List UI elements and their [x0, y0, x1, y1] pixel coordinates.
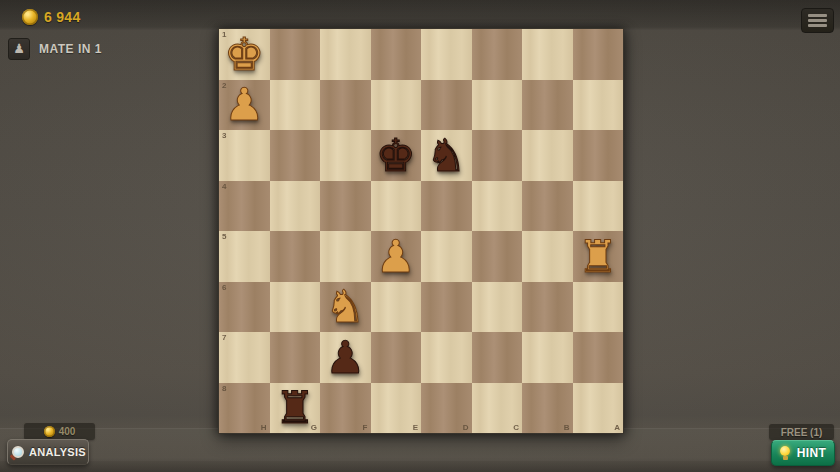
square-a7[interactable]	[573, 332, 624, 383]
square-a2[interactable]	[573, 80, 624, 131]
square-e8[interactable]: E	[371, 383, 422, 434]
file-label: B	[564, 423, 570, 432]
rank-label: 4	[222, 182, 226, 191]
coin-icon	[22, 9, 38, 25]
chess-board[interactable]: 1♚2♟3♚♞45♟♜6♞7♟8HG♜FEDCBA	[218, 28, 624, 434]
square-d8[interactable]: D	[421, 383, 472, 434]
menu-icon	[808, 14, 827, 17]
square-c6[interactable]	[472, 282, 523, 333]
coin-icon	[44, 426, 55, 437]
square-a4[interactable]	[573, 181, 624, 232]
square-b2[interactable]	[522, 80, 573, 131]
square-a3[interactable]	[573, 130, 624, 181]
file-label: D	[463, 423, 469, 432]
file-label: H	[261, 423, 267, 432]
square-b6[interactable]	[522, 282, 573, 333]
square-b3[interactable]	[522, 130, 573, 181]
square-e6[interactable]	[371, 282, 422, 333]
square-h8[interactable]: 8H	[219, 383, 270, 434]
hint-free-tag: FREE (1)	[769, 424, 834, 440]
square-a6[interactable]	[573, 282, 624, 333]
piece-white-rook[interactable]: ♜	[573, 231, 624, 282]
square-b7[interactable]	[522, 332, 573, 383]
rank-label: 8	[222, 384, 226, 393]
square-d3[interactable]: ♞	[421, 130, 472, 181]
square-h5[interactable]: 5	[219, 231, 270, 282]
square-c2[interactable]	[472, 80, 523, 131]
piece-black-knight[interactable]: ♞	[421, 130, 472, 181]
puzzle-badge: ♟ MATE IN 1	[8, 38, 102, 60]
square-e3[interactable]: ♚	[371, 130, 422, 181]
square-e2[interactable]	[371, 80, 422, 131]
square-e7[interactable]	[371, 332, 422, 383]
piece-white-king[interactable]: ♚	[219, 29, 270, 80]
analysis-cost: 400	[59, 426, 76, 437]
square-h1[interactable]: 1♚	[219, 29, 270, 80]
square-e5[interactable]: ♟	[371, 231, 422, 282]
square-d1[interactable]	[421, 29, 472, 80]
square-f3[interactable]	[320, 130, 371, 181]
coin-balance: 6 944	[22, 9, 81, 25]
piece-black-king[interactable]: ♚	[371, 130, 422, 181]
rank-label: 6	[222, 283, 226, 292]
square-e4[interactable]	[371, 181, 422, 232]
square-f6[interactable]: ♞	[320, 282, 371, 333]
square-a1[interactable]	[573, 29, 624, 80]
square-g1[interactable]	[270, 29, 321, 80]
square-f2[interactable]	[320, 80, 371, 131]
square-d7[interactable]	[421, 332, 472, 383]
top-shade	[0, 0, 840, 30]
coin-balance-value: 6 944	[44, 9, 81, 25]
file-label: F	[363, 423, 368, 432]
rank-label: 3	[222, 131, 226, 140]
square-c4[interactable]	[472, 181, 523, 232]
menu-button[interactable]	[801, 8, 834, 33]
hint-button-label: HINT	[797, 446, 827, 460]
piece-white-pawn[interactable]: ♟	[371, 231, 422, 282]
puzzle-title: MATE IN 1	[39, 42, 102, 56]
square-b4[interactable]	[522, 181, 573, 232]
bulb-icon	[780, 446, 791, 460]
square-a5[interactable]: ♜	[573, 231, 624, 282]
piece-white-knight[interactable]: ♞	[320, 282, 371, 333]
square-e1[interactable]	[371, 29, 422, 80]
square-f8[interactable]: F	[320, 383, 371, 434]
piece-white-pawn[interactable]: ♟	[219, 80, 270, 131]
file-label: E	[413, 423, 418, 432]
analysis-cost-tag: 400	[24, 423, 95, 440]
hint-free-count: FREE (1)	[781, 427, 823, 438]
square-h2[interactable]: 2♟	[219, 80, 270, 131]
square-b5[interactable]	[522, 231, 573, 282]
square-g5[interactable]	[270, 231, 321, 282]
square-g2[interactable]	[270, 80, 321, 131]
square-b8[interactable]: B	[522, 383, 573, 434]
square-c5[interactable]	[472, 231, 523, 282]
square-f4[interactable]	[320, 181, 371, 232]
square-g8[interactable]: G♜	[270, 383, 321, 434]
square-a8[interactable]: A	[573, 383, 624, 434]
square-g4[interactable]	[270, 181, 321, 232]
hint-button[interactable]: HINT	[771, 440, 835, 466]
square-f5[interactable]	[320, 231, 371, 282]
square-d5[interactable]	[421, 231, 472, 282]
square-c7[interactable]	[472, 332, 523, 383]
square-g7[interactable]	[270, 332, 321, 383]
square-h4[interactable]: 4	[219, 181, 270, 232]
magnifier-icon	[10, 446, 23, 459]
piece-black-rook[interactable]: ♜	[270, 383, 321, 434]
square-b1[interactable]	[522, 29, 573, 80]
rank-label: 5	[222, 232, 226, 241]
square-c1[interactable]	[472, 29, 523, 80]
file-label: A	[614, 423, 620, 432]
square-g3[interactable]	[270, 130, 321, 181]
square-h7[interactable]: 7	[219, 332, 270, 383]
puzzle-piece-icon: ♟	[8, 38, 30, 60]
analysis-button-label: ANALYSIS	[29, 446, 86, 458]
rank-label: 7	[222, 333, 226, 342]
file-label: C	[513, 423, 519, 432]
piece-black-pawn[interactable]: ♟	[320, 332, 371, 383]
square-g6[interactable]	[270, 282, 321, 333]
square-f7[interactable]: ♟	[320, 332, 371, 383]
square-f1[interactable]	[320, 29, 371, 80]
square-d2[interactable]	[421, 80, 472, 131]
square-d6[interactable]	[421, 282, 472, 333]
square-d4[interactable]	[421, 181, 472, 232]
analysis-button[interactable]: ANALYSIS	[7, 439, 89, 465]
app-window: 6 944 ♟ MATE IN 1 1♚2♟3♚♞45♟♜6♞7♟8HG♜FED…	[0, 0, 840, 472]
square-c8[interactable]: C	[472, 383, 523, 434]
square-c3[interactable]	[472, 130, 523, 181]
square-h6[interactable]: 6	[219, 282, 270, 333]
square-h3[interactable]: 3	[219, 130, 270, 181]
